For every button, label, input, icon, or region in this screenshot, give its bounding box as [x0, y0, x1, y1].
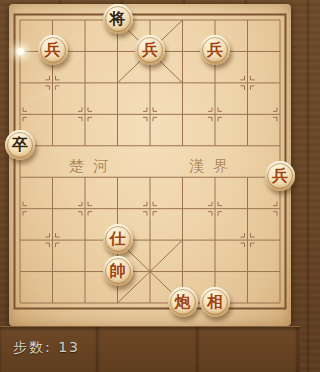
piece-red-帥[interactable]: 帥	[103, 256, 133, 286]
status-bar: 步数: 13	[0, 326, 300, 372]
river-label-left: 楚河	[69, 156, 117, 176]
step-counter-value: 13	[58, 339, 80, 355]
piece-glyph: 仕	[110, 231, 126, 247]
piece-red-兵[interactable]: 兵	[38, 35, 68, 65]
piece-black-将[interactable]: 将	[103, 4, 133, 34]
piece-black-卒[interactable]: 卒	[5, 130, 35, 160]
step-counter: 步数: 13	[13, 339, 80, 357]
step-counter-label: 步数:	[13, 339, 52, 355]
piece-glyph: 卒	[12, 137, 28, 153]
piece-glyph: 将	[110, 11, 126, 27]
last-move-origin-marker	[16, 47, 25, 56]
piece-glyph: 兵	[272, 168, 288, 184]
xiangqi-game-screen: { "game": "xiangqi", "app_title": "xiang…	[0, 0, 300, 372]
piece-glyph: 兵	[142, 42, 158, 58]
piece-red-相[interactable]: 相	[200, 287, 230, 317]
piece-glyph: 兵	[207, 42, 223, 58]
river-label-right: 漢界	[189, 156, 237, 176]
piece-glyph: 相	[207, 294, 223, 310]
piece-red-仕[interactable]: 仕	[103, 224, 133, 254]
piece-glyph: 兵	[45, 42, 61, 58]
piece-glyph: 帥	[110, 263, 126, 279]
piece-red-炮[interactable]: 炮	[168, 287, 198, 317]
piece-glyph: 炮	[175, 294, 191, 310]
xiangqi-board[interactable]: 楚河 漢界 将兵兵兵卒兵仕帥炮相	[9, 4, 291, 326]
